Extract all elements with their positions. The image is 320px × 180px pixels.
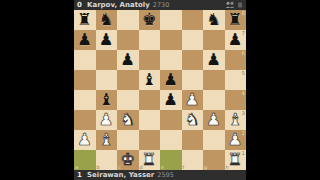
rank-coordinate-label: 2: [242, 131, 245, 136]
square-e3[interactable]: [160, 110, 182, 130]
square-e6[interactable]: [160, 50, 182, 70]
chess-board: ♜♞♚♞♜8♟♟♟7♟♟6♝♟5♝♟♟4♟♞♞♟♝3♟♝♟2ab♚c♜defg♜…: [74, 10, 246, 170]
square-h8[interactable]: ♜8: [225, 10, 247, 30]
square-f6[interactable]: [182, 50, 204, 70]
file-coordinate-label: a: [75, 165, 78, 170]
square-g7[interactable]: [203, 30, 225, 50]
square-h2[interactable]: ♟2: [225, 130, 247, 150]
square-e5[interactable]: ♟: [160, 70, 182, 90]
bottom-player-bar: 1 Seirawan, Yasser 2595: [74, 170, 246, 180]
square-g1[interactable]: g: [203, 150, 225, 170]
square-e7[interactable]: [160, 30, 182, 50]
square-g4[interactable]: [203, 90, 225, 110]
piece-black-rook: ♜: [228, 10, 243, 30]
rank-coordinate-label: 5: [242, 71, 245, 76]
square-g5[interactable]: [203, 70, 225, 90]
file-coordinate-label: c: [118, 165, 121, 170]
piece-white-pawn: ♟: [206, 110, 221, 130]
square-d4[interactable]: [139, 90, 161, 110]
piece-black-pawn: ♟: [228, 30, 243, 50]
square-a5[interactable]: [74, 70, 96, 90]
square-c8[interactable]: [117, 10, 139, 30]
piece-white-pawn: ♟: [185, 90, 200, 110]
square-b5[interactable]: [96, 70, 118, 90]
square-a3[interactable]: [74, 110, 96, 130]
square-d7[interactable]: [139, 30, 161, 50]
square-a1[interactable]: a: [74, 150, 96, 170]
square-a6[interactable]: [74, 50, 96, 70]
piece-white-knight: ♞: [120, 110, 135, 130]
top-player-bar: 0 Karpov, Anatoly 2730: [74, 0, 246, 10]
piece-white-pawn: ♟: [77, 130, 92, 150]
square-a4[interactable]: [74, 90, 96, 110]
piece-white-pawn: ♟: [228, 130, 243, 150]
square-b7[interactable]: ♟: [96, 30, 118, 50]
square-b4[interactable]: ♝: [96, 90, 118, 110]
square-g2[interactable]: [203, 130, 225, 150]
rank-coordinate-label: 8: [242, 11, 245, 16]
file-coordinate-label: f: [183, 165, 185, 170]
piece-white-bishop: ♝: [228, 110, 243, 130]
square-f5[interactable]: [182, 70, 204, 90]
file-coordinate-label: b: [97, 165, 100, 170]
square-f3[interactable]: ♞: [182, 110, 204, 130]
bottom-player-name: Seirawan, Yasser: [87, 170, 154, 180]
square-f4[interactable]: ♟: [182, 90, 204, 110]
piece-white-rook: ♜: [142, 150, 157, 170]
piece-black-king: ♚: [142, 10, 157, 30]
square-c6[interactable]: ♟: [117, 50, 139, 70]
piece-black-pawn: ♟: [163, 70, 178, 90]
square-e4[interactable]: ♟: [160, 90, 182, 110]
square-h1[interactable]: ♜h1: [225, 150, 247, 170]
square-e1[interactable]: e: [160, 150, 182, 170]
square-c2[interactable]: [117, 130, 139, 150]
top-player-name: Karpov, Anatoly: [87, 0, 150, 10]
square-d8[interactable]: ♚: [139, 10, 161, 30]
square-c3[interactable]: ♞: [117, 110, 139, 130]
players-icon[interactable]: [225, 1, 235, 9]
square-d5[interactable]: ♝: [139, 70, 161, 90]
top-player-rating: 2730: [153, 0, 170, 10]
piece-white-knight: ♞: [185, 110, 200, 130]
square-d6[interactable]: [139, 50, 161, 70]
piece-black-bishop: ♝: [142, 70, 157, 90]
square-e8[interactable]: [160, 10, 182, 30]
square-b2[interactable]: ♝: [96, 130, 118, 150]
top-bar-icons: [225, 1, 243, 9]
square-e2[interactable]: [160, 130, 182, 150]
square-g3[interactable]: ♟: [203, 110, 225, 130]
piece-white-pawn: ♟: [99, 110, 114, 130]
piece-black-bishop: ♝: [99, 90, 114, 110]
square-a8[interactable]: ♜: [74, 10, 96, 30]
piece-white-rook: ♜: [228, 150, 243, 170]
square-h7[interactable]: ♟7: [225, 30, 247, 50]
rank-coordinate-label: 6: [242, 51, 245, 56]
square-a7[interactable]: ♟: [74, 30, 96, 50]
square-g6[interactable]: ♟: [203, 50, 225, 70]
square-b6[interactable]: [96, 50, 118, 70]
square-b3[interactable]: ♟: [96, 110, 118, 130]
game-viewer: 0 Karpov, Anatoly 2730 ♜♞♚♞♜8♟♟♟7♟♟6♝♟5♝…: [74, 0, 246, 180]
square-f7[interactable]: [182, 30, 204, 50]
square-d2[interactable]: [139, 130, 161, 150]
piece-black-pawn: ♟: [206, 50, 221, 70]
square-c4[interactable]: [117, 90, 139, 110]
piece-white-king: ♚: [120, 150, 135, 170]
piece-black-knight: ♞: [206, 10, 221, 30]
bottom-player-rating: 2595: [157, 170, 174, 180]
rank-coordinate-label: 1: [242, 151, 245, 156]
square-c1[interactable]: ♚c: [117, 150, 139, 170]
more-icon[interactable]: [237, 1, 243, 9]
square-b1[interactable]: b: [96, 150, 118, 170]
top-player-score: 0: [77, 0, 87, 10]
square-h3[interactable]: ♝3: [225, 110, 247, 130]
rank-coordinate-label: 4: [242, 91, 245, 96]
piece-white-bishop: ♝: [99, 130, 114, 150]
piece-black-rook: ♜: [77, 10, 92, 30]
file-coordinate-label: e: [161, 165, 164, 170]
file-coordinate-label: h: [226, 165, 229, 170]
square-h5[interactable]: 5: [225, 70, 247, 90]
piece-black-knight: ♞: [99, 10, 114, 30]
square-c5[interactable]: [117, 70, 139, 90]
square-d3[interactable]: [139, 110, 161, 130]
piece-black-pawn: ♟: [77, 30, 92, 50]
file-coordinate-label: g: [204, 165, 207, 170]
square-d1[interactable]: ♜d: [139, 150, 161, 170]
square-f8[interactable]: [182, 10, 204, 30]
rank-coordinate-label: 3: [242, 111, 245, 116]
piece-black-pawn: ♟: [120, 50, 135, 70]
piece-black-pawn: ♟: [99, 30, 114, 50]
square-b8[interactable]: ♞: [96, 10, 118, 30]
piece-black-pawn: ♟: [163, 90, 178, 110]
square-h4[interactable]: 4: [225, 90, 247, 110]
rank-coordinate-label: 7: [242, 31, 245, 36]
square-f1[interactable]: f: [182, 150, 204, 170]
square-h6[interactable]: 6: [225, 50, 247, 70]
square-g8[interactable]: ♞: [203, 10, 225, 30]
square-f2[interactable]: [182, 130, 204, 150]
bottom-player-score: 1: [77, 170, 87, 180]
file-coordinate-label: d: [140, 165, 143, 170]
square-a2[interactable]: ♟: [74, 130, 96, 150]
square-c7[interactable]: [117, 30, 139, 50]
